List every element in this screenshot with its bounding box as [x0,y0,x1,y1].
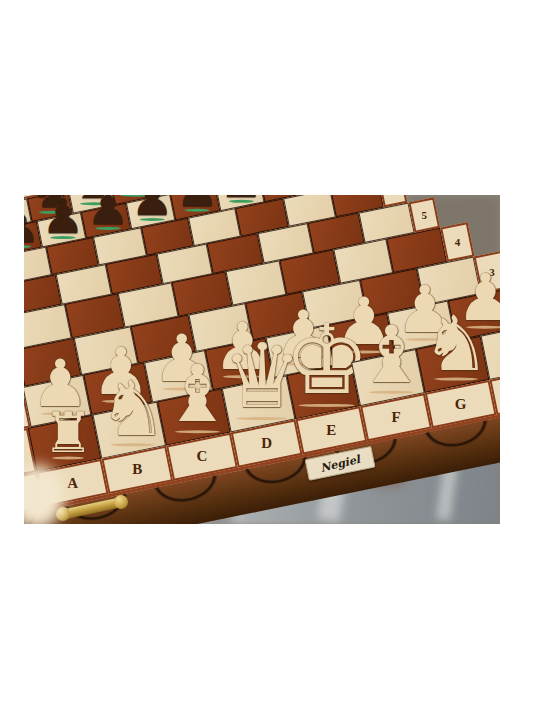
chess-board: ABCDEFGH1♜♞♝♛♚♝♞♜12♟♟♟♟♟♟♟♟2334455667♟♟♟… [24,195,500,524]
file-letter: E [326,423,336,438]
file-letter: G [455,397,467,412]
rank-label-4-right: 4 [440,222,474,262]
rank-number: 3 [489,267,495,278]
file-letter: B [132,462,142,477]
file-letter: C [197,449,208,464]
product-photo-page: ABCDEFGH1♜♞♝♛♚♝♞♜12♟♟♟♟♟♟♟♟2334455667♟♟♟… [0,0,540,720]
piece-black-pawn-f7: ♟ [220,195,263,203]
rank-number: 6 [390,195,396,196]
file-letter: D [261,436,272,451]
file-letter: A [67,476,78,491]
piece-black-bishop-c8: ♝ [71,195,117,206]
piece-black-rook-a8: ♜ [24,195,26,223]
piece-black-knight-b8: ♞ [30,195,74,215]
piece-black-pawn-e7: ♟ [175,195,218,212]
rank-number: 4 [454,237,460,248]
brand-plaque-text: Negiel [319,452,361,474]
rank-number: 5 [421,210,427,221]
chess-set-photo: ABCDEFGH1♜♞♝♛♚♝♞♜12♟♟♟♟♟♟♟♟2334455667♟♟♟… [24,195,500,524]
brass-hinge [56,491,134,524]
file-letter: F [391,410,400,425]
brass-hinge-knob [114,495,128,509]
